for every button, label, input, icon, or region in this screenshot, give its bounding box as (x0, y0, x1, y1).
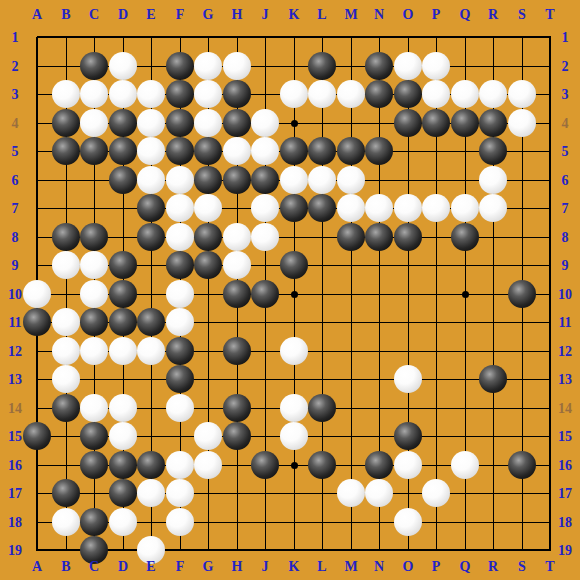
col-label-bottom-F: F (167, 559, 193, 574)
col-label-bottom-K: K (281, 559, 307, 574)
stone-black-D9 (109, 251, 137, 279)
stone-black-N2 (365, 52, 393, 80)
stone-white-H2 (223, 52, 251, 80)
col-label-top-C: C (81, 7, 107, 22)
row-label-left-14: 14 (2, 401, 28, 416)
grid-hline (37, 379, 551, 380)
col-label-bottom-O: O (395, 559, 421, 574)
col-label-top-F: F (167, 7, 193, 22)
stone-black-R5 (479, 137, 507, 165)
stone-black-N3 (365, 80, 393, 108)
stone-black-F3 (166, 80, 194, 108)
col-label-bottom-M: M (338, 559, 364, 574)
col-label-bottom-D: D (110, 559, 136, 574)
stone-white-G7 (194, 194, 222, 222)
stone-black-M8 (337, 223, 365, 251)
row-label-left-8: 8 (2, 230, 28, 245)
col-label-bottom-Q: Q (452, 559, 478, 574)
stone-white-P3 (422, 80, 450, 108)
stone-black-D11 (109, 308, 137, 336)
stone-white-F18 (166, 508, 194, 536)
col-label-bottom-B: B (53, 559, 79, 574)
row-label-right-10: 10 (552, 287, 578, 302)
col-label-bottom-J: J (252, 559, 278, 574)
row-label-right-4: 4 (552, 116, 578, 131)
stone-black-F5 (166, 137, 194, 165)
grid-vline (351, 37, 352, 551)
stone-white-G3 (194, 80, 222, 108)
stone-black-B17 (52, 479, 80, 507)
col-label-top-D: D (110, 7, 136, 22)
row-label-left-2: 2 (2, 59, 28, 74)
stone-white-D15 (109, 422, 137, 450)
stone-white-H5 (223, 137, 251, 165)
stone-white-M6 (337, 166, 365, 194)
stone-black-M5 (337, 137, 365, 165)
col-label-top-P: P (423, 7, 449, 22)
row-label-right-2: 2 (552, 59, 578, 74)
stone-black-D16 (109, 451, 137, 479)
col-label-bottom-H: H (224, 559, 250, 574)
stone-black-Q8 (451, 223, 479, 251)
stone-white-E12 (137, 337, 165, 365)
row-label-left-16: 16 (2, 458, 28, 473)
row-label-right-1: 1 (552, 30, 578, 45)
stone-black-O8 (394, 223, 422, 251)
row-label-left-5: 5 (2, 144, 28, 159)
stone-white-R6 (479, 166, 507, 194)
stone-white-O7 (394, 194, 422, 222)
stone-white-K12 (280, 337, 308, 365)
stone-black-F4 (166, 109, 194, 137)
row-label-left-1: 1 (2, 30, 28, 45)
row-label-right-5: 5 (552, 144, 578, 159)
stone-white-K15 (280, 422, 308, 450)
stone-black-R4 (479, 109, 507, 137)
stone-white-Q3 (451, 80, 479, 108)
col-label-top-Q: Q (452, 7, 478, 22)
star-point-K10 (291, 291, 298, 298)
stone-white-G4 (194, 109, 222, 137)
stone-white-F14 (166, 394, 194, 422)
stone-white-B3 (52, 80, 80, 108)
stone-white-N17 (365, 479, 393, 507)
stone-black-B4 (52, 109, 80, 137)
stone-black-E11 (137, 308, 165, 336)
stone-black-L5 (308, 137, 336, 165)
stone-white-K3 (280, 80, 308, 108)
stone-white-P17 (422, 479, 450, 507)
stone-black-C16 (80, 451, 108, 479)
stone-black-H6 (223, 166, 251, 194)
stone-white-H9 (223, 251, 251, 279)
stone-white-H8 (223, 223, 251, 251)
stone-black-H14 (223, 394, 251, 422)
stone-black-G5 (194, 137, 222, 165)
row-label-left-18: 18 (2, 515, 28, 530)
stone-white-O2 (394, 52, 422, 80)
row-label-left-7: 7 (2, 201, 28, 216)
col-label-top-B: B (53, 7, 79, 22)
stone-white-B11 (52, 308, 80, 336)
row-label-right-19: 19 (552, 543, 578, 558)
col-label-bottom-R: R (480, 559, 506, 574)
stone-white-M17 (337, 479, 365, 507)
stone-white-B12 (52, 337, 80, 365)
stone-white-G16 (194, 451, 222, 479)
row-label-left-12: 12 (2, 344, 28, 359)
stone-black-S16 (508, 451, 536, 479)
row-label-left-11: 11 (2, 315, 28, 330)
stone-black-O4 (394, 109, 422, 137)
stone-black-G9 (194, 251, 222, 279)
row-label-right-14: 14 (552, 401, 578, 416)
stone-white-K6 (280, 166, 308, 194)
stone-black-J10 (251, 280, 279, 308)
stone-black-H15 (223, 422, 251, 450)
stone-black-O3 (394, 80, 422, 108)
stone-black-E16 (137, 451, 165, 479)
stone-white-E4 (137, 109, 165, 137)
stone-black-B14 (52, 394, 80, 422)
stone-white-L3 (308, 80, 336, 108)
stone-white-J4 (251, 109, 279, 137)
row-label-right-9: 9 (552, 258, 578, 273)
stone-white-L6 (308, 166, 336, 194)
stone-black-D6 (109, 166, 137, 194)
stone-black-O15 (394, 422, 422, 450)
stone-white-F6 (166, 166, 194, 194)
stone-black-S10 (508, 280, 536, 308)
stone-white-J7 (251, 194, 279, 222)
stone-black-G6 (194, 166, 222, 194)
stone-white-F10 (166, 280, 194, 308)
stone-black-L2 (308, 52, 336, 80)
col-label-bottom-C: C (81, 559, 107, 574)
stone-white-G15 (194, 422, 222, 450)
stone-black-G8 (194, 223, 222, 251)
col-label-top-M: M (338, 7, 364, 22)
stone-black-P4 (422, 109, 450, 137)
stone-black-C11 (80, 308, 108, 336)
stone-black-N8 (365, 223, 393, 251)
stone-black-C5 (80, 137, 108, 165)
row-label-left-3: 3 (2, 87, 28, 102)
stone-white-Q7 (451, 194, 479, 222)
row-label-right-3: 3 (552, 87, 578, 102)
col-label-top-O: O (395, 7, 421, 22)
stone-white-C10 (80, 280, 108, 308)
stone-black-C8 (80, 223, 108, 251)
col-label-bottom-A: A (24, 559, 50, 574)
stone-black-N16 (365, 451, 393, 479)
stone-black-H3 (223, 80, 251, 108)
stone-white-D18 (109, 508, 137, 536)
row-label-right-16: 16 (552, 458, 578, 473)
stone-black-D5 (109, 137, 137, 165)
go-board[interactable]: AABBCCDDEEFFGGHHJJKKLLMMNNOOPPQQRRSSTT11… (0, 0, 580, 580)
stone-white-O18 (394, 508, 422, 536)
col-label-top-H: H (224, 7, 250, 22)
stone-black-H12 (223, 337, 251, 365)
col-label-top-R: R (480, 7, 506, 22)
stone-black-N5 (365, 137, 393, 165)
stone-white-F11 (166, 308, 194, 336)
stone-black-C15 (80, 422, 108, 450)
col-label-top-T: T (537, 7, 563, 22)
stone-black-F12 (166, 337, 194, 365)
row-label-left-17: 17 (2, 486, 28, 501)
stone-white-E17 (137, 479, 165, 507)
stone-white-O13 (394, 365, 422, 393)
row-label-right-8: 8 (552, 230, 578, 245)
stone-black-Q4 (451, 109, 479, 137)
stone-black-F13 (166, 365, 194, 393)
stone-black-K7 (280, 194, 308, 222)
stone-black-E8 (137, 223, 165, 251)
stone-white-Q16 (451, 451, 479, 479)
stone-white-O16 (394, 451, 422, 479)
stone-black-B5 (52, 137, 80, 165)
stone-white-C12 (80, 337, 108, 365)
stone-black-H10 (223, 280, 251, 308)
stone-white-B9 (52, 251, 80, 279)
stone-white-B13 (52, 365, 80, 393)
col-label-top-S: S (509, 7, 535, 22)
stone-white-S4 (508, 109, 536, 137)
col-label-top-E: E (138, 7, 164, 22)
row-label-right-7: 7 (552, 201, 578, 216)
col-label-top-A: A (24, 7, 50, 22)
row-label-left-13: 13 (2, 372, 28, 387)
row-label-left-15: 15 (2, 429, 28, 444)
stone-black-L14 (308, 394, 336, 422)
stone-black-E7 (137, 194, 165, 222)
stone-white-B18 (52, 508, 80, 536)
stone-white-S3 (508, 80, 536, 108)
col-label-bottom-S: S (509, 559, 535, 574)
stone-white-J8 (251, 223, 279, 251)
stone-white-F7 (166, 194, 194, 222)
col-label-top-G: G (195, 7, 221, 22)
col-label-bottom-L: L (309, 559, 335, 574)
stone-black-R13 (479, 365, 507, 393)
stone-white-J5 (251, 137, 279, 165)
col-label-top-L: L (309, 7, 335, 22)
stone-white-C4 (80, 109, 108, 137)
stone-white-F16 (166, 451, 194, 479)
col-label-bottom-P: P (423, 559, 449, 574)
stone-black-L7 (308, 194, 336, 222)
stone-black-K9 (280, 251, 308, 279)
row-label-left-9: 9 (2, 258, 28, 273)
grid-hline (37, 549, 551, 551)
stone-white-E5 (137, 137, 165, 165)
col-label-bottom-N: N (366, 559, 392, 574)
stone-white-F17 (166, 479, 194, 507)
row-label-right-15: 15 (552, 429, 578, 444)
stone-white-M3 (337, 80, 365, 108)
stone-black-D4 (109, 109, 137, 137)
stone-white-G2 (194, 52, 222, 80)
stone-white-D3 (109, 80, 137, 108)
stone-white-K14 (280, 394, 308, 422)
row-label-right-11: 11 (552, 315, 578, 330)
stone-black-H4 (223, 109, 251, 137)
row-label-left-4: 4 (2, 116, 28, 131)
stone-white-P2 (422, 52, 450, 80)
row-label-right-18: 18 (552, 515, 578, 530)
stone-white-R7 (479, 194, 507, 222)
stone-black-D10 (109, 280, 137, 308)
stone-black-C2 (80, 52, 108, 80)
row-label-left-10: 10 (2, 287, 28, 302)
row-label-right-6: 6 (552, 173, 578, 188)
col-label-bottom-G: G (195, 559, 221, 574)
col-label-top-N: N (366, 7, 392, 22)
stone-white-C3 (80, 80, 108, 108)
row-label-left-6: 6 (2, 173, 28, 188)
stone-black-L16 (308, 451, 336, 479)
row-label-left-19: 19 (2, 543, 28, 558)
grid-vline (549, 37, 551, 551)
stone-white-E6 (137, 166, 165, 194)
stone-black-F2 (166, 52, 194, 80)
stone-white-P7 (422, 194, 450, 222)
stone-black-B8 (52, 223, 80, 251)
row-label-right-12: 12 (552, 344, 578, 359)
stone-black-D17 (109, 479, 137, 507)
stone-white-C9 (80, 251, 108, 279)
star-point-Q10 (462, 291, 469, 298)
stone-white-D12 (109, 337, 137, 365)
star-point-K16 (291, 462, 298, 469)
col-label-top-J: J (252, 7, 278, 22)
stone-white-N7 (365, 194, 393, 222)
col-label-bottom-E: E (138, 559, 164, 574)
row-label-right-17: 17 (552, 486, 578, 501)
row-label-right-13: 13 (552, 372, 578, 387)
stone-black-C18 (80, 508, 108, 536)
stone-white-F8 (166, 223, 194, 251)
stone-white-R3 (479, 80, 507, 108)
stone-black-F9 (166, 251, 194, 279)
stone-black-J6 (251, 166, 279, 194)
col-label-top-K: K (281, 7, 307, 22)
stone-white-D2 (109, 52, 137, 80)
stone-white-M7 (337, 194, 365, 222)
star-point-K4 (291, 120, 298, 127)
stone-white-C14 (80, 394, 108, 422)
stone-black-K5 (280, 137, 308, 165)
stone-white-E3 (137, 80, 165, 108)
stone-black-J16 (251, 451, 279, 479)
col-label-bottom-T: T (537, 559, 563, 574)
stone-white-D14 (109, 394, 137, 422)
